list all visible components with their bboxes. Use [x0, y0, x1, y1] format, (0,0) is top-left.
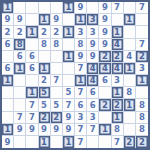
- cell-r8c10[interactable]: 1: [124, 99, 136, 111]
- cell-r11c7[interactable]: [87, 136, 99, 148]
- cell-r11c4[interactable]: [51, 136, 63, 148]
- cell-r10c8[interactable]: 1: [99, 124, 111, 136]
- cell-r2c6[interactable]: 3: [75, 26, 87, 38]
- cell-r11c8[interactable]: [99, 136, 111, 148]
- cell-r6c1[interactable]: [14, 75, 26, 87]
- cell-r2c5[interactable]: 1: [63, 26, 75, 38]
- cell-r6c7[interactable]: 4: [87, 75, 99, 87]
- cell-r9c10[interactable]: [124, 112, 136, 124]
- cell-r2c3[interactable]: 2: [39, 26, 51, 38]
- cell-r9c8[interactable]: [99, 112, 111, 124]
- cell-r11c0[interactable]: 9: [2, 136, 14, 148]
- cell-r8c9[interactable]: 2: [112, 99, 124, 111]
- cell-r8c7[interactable]: 6: [87, 99, 99, 111]
- cell-r1c9[interactable]: [112, 14, 124, 26]
- cell-r9c1[interactable]: 7: [14, 112, 26, 124]
- cell-r2c0[interactable]: 2: [2, 26, 14, 38]
- cell-r7c1[interactable]: [14, 87, 26, 99]
- cell-r8c5[interactable]: 7: [63, 99, 75, 111]
- cell-r1c10[interactable]: 1: [124, 14, 136, 26]
- cell-r0c8[interactable]: 9: [99, 2, 111, 14]
- cell-r0c6[interactable]: 9: [75, 2, 87, 14]
- cell-r1c5[interactable]: [63, 14, 75, 26]
- cell-r2c11[interactable]: [136, 26, 148, 38]
- cell-r1c11[interactable]: [136, 14, 148, 26]
- cell-r10c3[interactable]: 9: [39, 124, 51, 136]
- cell-r8c8[interactable]: 2: [99, 99, 111, 111]
- cell-r4c8[interactable]: 2: [99, 51, 111, 63]
- cell-r6c2[interactable]: [26, 75, 38, 87]
- cell-r2c9[interactable]: 1: [112, 26, 124, 38]
- cell-r1c8[interactable]: 9: [99, 14, 111, 26]
- cell-r5c11[interactable]: 3: [136, 63, 148, 75]
- cell-r1c7[interactable]: 3: [87, 14, 99, 26]
- cell-r10c5[interactable]: 9: [63, 124, 75, 136]
- cell-r9c3[interactable]: 2: [39, 112, 51, 124]
- cell-r10c0[interactable]: 1: [2, 124, 14, 136]
- cell-r2c4[interactable]: 2: [51, 26, 63, 38]
- cell-r3c6[interactable]: 8: [75, 39, 87, 51]
- cell-r3c0[interactable]: 6: [2, 39, 14, 51]
- cell-r2c8[interactable]: 9: [99, 26, 111, 38]
- cell-r4c2[interactable]: 6: [26, 51, 38, 63]
- cell-r2c1[interactable]: 2: [14, 26, 26, 38]
- cell-r0c9[interactable]: 7: [112, 2, 124, 14]
- cell-r5c1[interactable]: 1: [14, 63, 26, 75]
- cell-r11c5[interactable]: 1: [63, 136, 75, 148]
- cell-r5c9[interactable]: 4: [112, 63, 124, 75]
- cell-r0c5[interactable]: 1: [63, 2, 75, 14]
- cell-r8c3[interactable]: 5: [39, 99, 51, 111]
- cell-r5c10[interactable]: 1: [124, 63, 136, 75]
- cell-r7c0[interactable]: [2, 87, 14, 99]
- cell-r0c3[interactable]: [39, 2, 51, 14]
- cell-r10c10[interactable]: [124, 124, 136, 136]
- cell-r5c0[interactable]: 6: [2, 63, 14, 75]
- cell-r11c1[interactable]: [14, 136, 26, 148]
- cell-r9c0[interactable]: [2, 112, 14, 124]
- cell-r6c0[interactable]: 1: [2, 75, 14, 87]
- cell-r4c3[interactable]: [39, 51, 51, 63]
- cell-r1c3[interactable]: 1: [39, 14, 51, 26]
- cell-r11c3[interactable]: 1: [39, 136, 51, 148]
- cell-r3c1[interactable]: 8: [14, 39, 26, 51]
- cell-r6c9[interactable]: 3: [112, 75, 124, 87]
- cell-r6c11[interactable]: 1: [136, 75, 148, 87]
- cell-r5c6[interactable]: 7: [75, 63, 87, 75]
- cell-r0c1[interactable]: [14, 2, 26, 14]
- cell-r7c7[interactable]: 6: [87, 87, 99, 99]
- cell-r3c7[interactable]: 9: [87, 39, 99, 51]
- cell-r9c4[interactable]: 2: [51, 112, 63, 124]
- cell-r9c7[interactable]: 3: [87, 112, 99, 124]
- cell-r8c2[interactable]: 7: [26, 99, 38, 111]
- cell-r10c2[interactable]: 9: [26, 124, 38, 136]
- cell-r11c11[interactable]: 2: [136, 136, 148, 148]
- cell-r4c11[interactable]: 2: [136, 51, 148, 63]
- cell-r2c7[interactable]: 3: [87, 26, 99, 38]
- cell-r0c7[interactable]: [87, 2, 99, 14]
- cell-r5c8[interactable]: 4: [99, 63, 111, 75]
- cell-r0c4[interactable]: [51, 2, 63, 14]
- cell-r6c6[interactable]: 1: [75, 75, 87, 87]
- cell-r10c11[interactable]: 8: [136, 124, 148, 136]
- cell-r10c7[interactable]: 7: [87, 124, 99, 136]
- cell-r4c10[interactable]: 4: [124, 51, 136, 63]
- cell-r8c1[interactable]: [14, 99, 26, 111]
- cell-r3c10[interactable]: [124, 39, 136, 51]
- cell-r4c4[interactable]: [51, 51, 63, 63]
- cell-r4c6[interactable]: 9: [75, 51, 87, 63]
- cell-r10c9[interactable]: 8: [112, 124, 124, 136]
- cell-r11c9[interactable]: 7: [112, 136, 124, 148]
- cell-r0c11[interactable]: 7: [136, 2, 148, 14]
- cell-r5c4[interactable]: [51, 63, 63, 75]
- cell-r3c5[interactable]: [63, 39, 75, 51]
- cell-r6c3[interactable]: 2: [39, 75, 51, 87]
- cell-r0c10[interactable]: [124, 2, 136, 14]
- cell-r0c2[interactable]: [26, 2, 38, 14]
- cell-r7c8[interactable]: [99, 87, 111, 99]
- cell-r5c2[interactable]: 6: [26, 63, 38, 75]
- cell-r4c0[interactable]: [2, 51, 14, 63]
- cell-r7c4[interactable]: [51, 87, 63, 99]
- cell-r7c2[interactable]: 1: [26, 87, 38, 99]
- cell-r8c6[interactable]: 6: [75, 99, 87, 111]
- cell-r1c6[interactable]: 1: [75, 14, 87, 26]
- cell-r6c4[interactable]: 7: [51, 75, 63, 87]
- cell-r11c2[interactable]: [26, 136, 38, 148]
- cell-r2c2[interactable]: 1: [26, 26, 38, 38]
- cell-r9c6[interactable]: 3: [75, 112, 87, 124]
- cell-r7c11[interactable]: [136, 87, 148, 99]
- cell-r8c11[interactable]: 8: [136, 99, 148, 111]
- cell-r9c11[interactable]: 8: [136, 112, 148, 124]
- cell-r6c10[interactable]: [124, 75, 136, 87]
- cell-r6c5[interactable]: [63, 75, 75, 87]
- cell-r7c3[interactable]: 5: [39, 87, 51, 99]
- cell-r2c10[interactable]: [124, 26, 136, 38]
- cell-r11c6[interactable]: 7: [75, 136, 87, 148]
- cell-r3c3[interactable]: 8: [39, 39, 51, 51]
- cell-r9c9[interactable]: 1: [112, 112, 124, 124]
- cell-r7c10[interactable]: 8: [124, 87, 136, 99]
- puzzle-grid: 1199779919139122122133916888899476619922…: [0, 0, 150, 150]
- cell-r4c5[interactable]: 1: [63, 51, 75, 63]
- cell-r7c5[interactable]: 5: [63, 87, 75, 99]
- cell-r1c2[interactable]: [26, 14, 38, 26]
- cell-r6c8[interactable]: 6: [99, 75, 111, 87]
- cell-r3c2[interactable]: [26, 39, 38, 51]
- cell-r7c9[interactable]: 1: [112, 87, 124, 99]
- cell-r1c4[interactable]: 9: [51, 14, 63, 26]
- cell-r7c6[interactable]: 7: [75, 87, 87, 99]
- cell-r11c10[interactable]: 2: [124, 136, 136, 148]
- cell-r10c6[interactable]: 7: [75, 124, 87, 136]
- cell-r10c4[interactable]: 9: [51, 124, 63, 136]
- cell-r10c1[interactable]: 9: [14, 124, 26, 136]
- cell-r3c8[interactable]: 9: [99, 39, 111, 51]
- cell-r8c4[interactable]: 5: [51, 99, 63, 111]
- cell-r0c0[interactable]: 1: [2, 2, 14, 14]
- cell-r4c1[interactable]: 6: [14, 51, 26, 63]
- cell-r3c4[interactable]: 8: [51, 39, 63, 51]
- cell-r5c5[interactable]: [63, 63, 75, 75]
- cell-r9c2[interactable]: 7: [26, 112, 38, 124]
- cell-r3c11[interactable]: 7: [136, 39, 148, 51]
- cell-r9c5[interactable]: 9: [63, 112, 75, 124]
- cell-r4c7[interactable]: 9: [87, 51, 99, 63]
- cell-r8c0[interactable]: [2, 99, 14, 111]
- cell-r3c9[interactable]: 4: [112, 39, 124, 51]
- cell-r1c0[interactable]: 9: [2, 14, 14, 26]
- cell-r4c9[interactable]: 2: [112, 51, 124, 63]
- cell-r5c3[interactable]: 1: [39, 63, 51, 75]
- cell-r1c1[interactable]: 9: [14, 14, 26, 26]
- cell-r5c7[interactable]: 4: [87, 63, 99, 75]
